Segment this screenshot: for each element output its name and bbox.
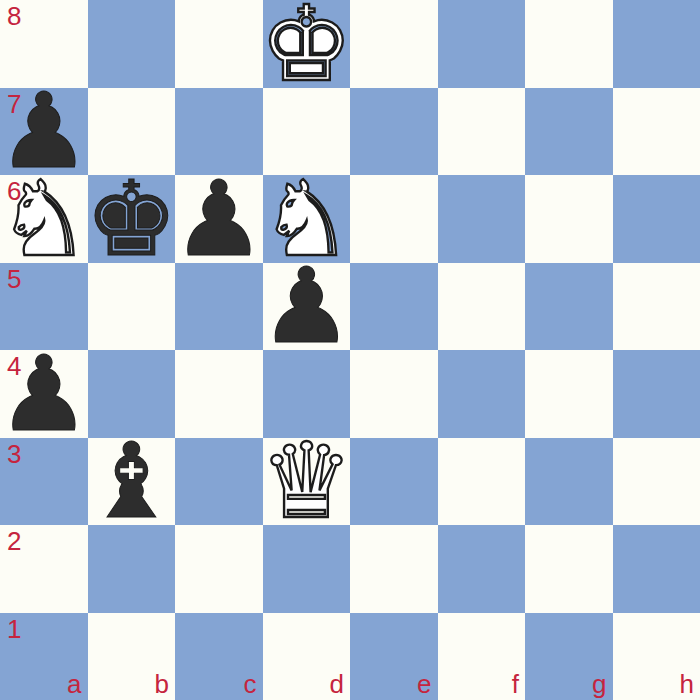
square-a2[interactable]: 2 bbox=[0, 525, 88, 613]
square-f4[interactable] bbox=[438, 350, 526, 438]
piece-white-queen[interactable]: ♛ bbox=[263, 438, 351, 526]
rank-label-2: 2 bbox=[7, 526, 21, 557]
rank-label-7: 7 bbox=[7, 89, 21, 120]
square-b3[interactable]: ♝ bbox=[88, 438, 176, 526]
rank-label-6: 6 bbox=[7, 176, 21, 207]
square-f1[interactable]: f bbox=[438, 613, 526, 700]
square-h7[interactable] bbox=[613, 88, 700, 176]
square-a4[interactable]: 4♟ bbox=[0, 350, 88, 438]
square-g2[interactable] bbox=[525, 525, 613, 613]
square-h2[interactable] bbox=[613, 525, 700, 613]
piece-black-pawn[interactable]: ♟ bbox=[263, 263, 351, 351]
chess-board: 8♚7♟6♞♚♟♞5♟4♟3♝♛21abcdefgh bbox=[0, 0, 700, 700]
square-c1[interactable]: c bbox=[175, 613, 263, 700]
square-g8[interactable] bbox=[525, 0, 613, 88]
square-e1[interactable]: e bbox=[350, 613, 438, 700]
square-b6[interactable]: ♚ bbox=[88, 175, 176, 263]
square-h5[interactable] bbox=[613, 263, 700, 351]
file-label-e: e bbox=[417, 669, 431, 700]
square-c6[interactable]: ♟ bbox=[175, 175, 263, 263]
square-d1[interactable]: d bbox=[263, 613, 351, 700]
file-label-d: d bbox=[330, 669, 344, 700]
square-e3[interactable] bbox=[350, 438, 438, 526]
square-f2[interactable] bbox=[438, 525, 526, 613]
file-label-h: h bbox=[680, 669, 694, 700]
rank-label-3: 3 bbox=[7, 439, 21, 470]
square-g5[interactable] bbox=[525, 263, 613, 351]
square-f7[interactable] bbox=[438, 88, 526, 176]
square-c4[interactable] bbox=[175, 350, 263, 438]
square-f6[interactable] bbox=[438, 175, 526, 263]
square-e4[interactable] bbox=[350, 350, 438, 438]
square-e8[interactable] bbox=[350, 0, 438, 88]
square-c3[interactable] bbox=[175, 438, 263, 526]
piece-black-pawn[interactable]: ♟ bbox=[175, 175, 263, 263]
square-c8[interactable] bbox=[175, 0, 263, 88]
square-g7[interactable] bbox=[525, 88, 613, 176]
square-b8[interactable] bbox=[88, 0, 176, 88]
square-f5[interactable] bbox=[438, 263, 526, 351]
square-g6[interactable] bbox=[525, 175, 613, 263]
square-f3[interactable] bbox=[438, 438, 526, 526]
rank-label-5: 5 bbox=[7, 264, 21, 295]
file-label-a: a bbox=[67, 669, 81, 700]
square-g4[interactable] bbox=[525, 350, 613, 438]
square-h6[interactable] bbox=[613, 175, 700, 263]
square-d5[interactable]: ♟ bbox=[263, 263, 351, 351]
square-c2[interactable] bbox=[175, 525, 263, 613]
square-e7[interactable] bbox=[350, 88, 438, 176]
piece-black-bishop[interactable]: ♝ bbox=[88, 438, 176, 526]
square-d3[interactable]: ♛ bbox=[263, 438, 351, 526]
file-label-c: c bbox=[244, 669, 257, 700]
square-h1[interactable]: h bbox=[613, 613, 700, 700]
square-h8[interactable] bbox=[613, 0, 700, 88]
square-g3[interactable] bbox=[525, 438, 613, 526]
file-label-b: b bbox=[155, 669, 169, 700]
file-label-f: f bbox=[512, 669, 519, 700]
square-a1[interactable]: 1a bbox=[0, 613, 88, 700]
piece-white-king[interactable]: ♚ bbox=[263, 0, 351, 88]
square-h4[interactable] bbox=[613, 350, 700, 438]
square-d8[interactable]: ♚ bbox=[263, 0, 351, 88]
rank-label-1: 1 bbox=[7, 614, 21, 645]
rank-label-4: 4 bbox=[7, 351, 21, 382]
square-a6[interactable]: 6♞ bbox=[0, 175, 88, 263]
square-b1[interactable]: b bbox=[88, 613, 176, 700]
square-g1[interactable]: g bbox=[525, 613, 613, 700]
square-e2[interactable] bbox=[350, 525, 438, 613]
file-label-g: g bbox=[592, 669, 606, 700]
square-e5[interactable] bbox=[350, 263, 438, 351]
square-h3[interactable] bbox=[613, 438, 700, 526]
rank-label-8: 8 bbox=[7, 1, 21, 32]
piece-black-king[interactable]: ♚ bbox=[88, 175, 176, 263]
square-f8[interactable] bbox=[438, 0, 526, 88]
square-e6[interactable] bbox=[350, 175, 438, 263]
